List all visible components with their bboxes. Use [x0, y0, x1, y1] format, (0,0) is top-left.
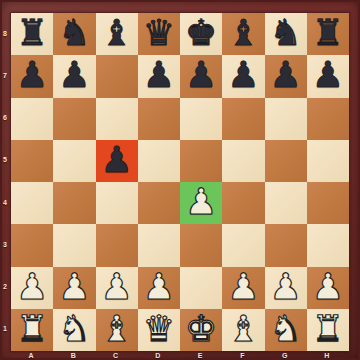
square-e2[interactable]: [180, 267, 222, 309]
file-label-a: A: [10, 351, 52, 360]
square-d8[interactable]: ♛: [138, 13, 180, 55]
square-d3[interactable]: [138, 224, 180, 266]
square-g4[interactable]: [265, 182, 307, 224]
white-pawn[interactable]: ♟: [269, 269, 301, 305]
white-queen[interactable]: ♛: [143, 311, 175, 347]
black-bishop[interactable]: ♝: [100, 15, 132, 51]
square-f7[interactable]: ♟: [222, 55, 264, 97]
square-h4[interactable]: [307, 182, 349, 224]
square-c5[interactable]: ♟: [96, 140, 138, 182]
square-b2[interactable]: ♟: [53, 267, 95, 309]
file-label-d: D: [137, 351, 179, 360]
white-bishop[interactable]: ♝: [227, 311, 259, 347]
white-king[interactable]: ♚: [185, 311, 217, 347]
white-pawn[interactable]: ♟: [58, 269, 90, 305]
square-h5[interactable]: [307, 140, 349, 182]
square-d1[interactable]: ♛: [138, 309, 180, 351]
square-c4[interactable]: [96, 182, 138, 224]
white-pawn[interactable]: ♟: [227, 269, 259, 305]
black-pawn[interactable]: ♟: [143, 57, 175, 93]
black-pawn[interactable]: ♟: [312, 57, 344, 93]
square-g1[interactable]: ♞: [265, 309, 307, 351]
white-pawn[interactable]: ♟: [143, 269, 175, 305]
square-g8[interactable]: ♞: [265, 13, 307, 55]
square-a5[interactable]: [11, 140, 53, 182]
rank-label-3: 3: [0, 223, 10, 265]
white-pawn[interactable]: ♟: [185, 184, 217, 220]
square-d6[interactable]: [138, 98, 180, 140]
square-h6[interactable]: [307, 98, 349, 140]
square-g5[interactable]: [265, 140, 307, 182]
file-label-g: G: [264, 351, 306, 360]
white-rook[interactable]: ♜: [16, 311, 48, 347]
rank-label-4: 4: [0, 181, 10, 223]
square-d2[interactable]: ♟: [138, 267, 180, 309]
square-g6[interactable]: [265, 98, 307, 140]
square-c7[interactable]: [96, 55, 138, 97]
square-h7[interactable]: ♟: [307, 55, 349, 97]
black-pawn[interactable]: ♟: [269, 57, 301, 93]
black-pawn[interactable]: ♟: [100, 142, 132, 178]
square-h2[interactable]: ♟: [307, 267, 349, 309]
square-f6[interactable]: [222, 98, 264, 140]
rank-label-7: 7: [0, 54, 10, 96]
square-e5[interactable]: [180, 140, 222, 182]
square-b7[interactable]: ♟: [53, 55, 95, 97]
square-a6[interactable]: [11, 98, 53, 140]
black-king[interactable]: ♚: [185, 15, 217, 51]
square-e3[interactable]: [180, 224, 222, 266]
black-bishop[interactable]: ♝: [227, 15, 259, 51]
square-a4[interactable]: [11, 182, 53, 224]
black-rook[interactable]: ♜: [312, 15, 344, 51]
square-g7[interactable]: ♟: [265, 55, 307, 97]
square-c6[interactable]: [96, 98, 138, 140]
white-pawn[interactable]: ♟: [16, 269, 48, 305]
square-d4[interactable]: [138, 182, 180, 224]
square-b1[interactable]: ♞: [53, 309, 95, 351]
square-a3[interactable]: [11, 224, 53, 266]
black-queen[interactable]: ♛: [143, 15, 175, 51]
square-f3[interactable]: [222, 224, 264, 266]
square-f8[interactable]: ♝: [222, 13, 264, 55]
black-rook[interactable]: ♜: [16, 15, 48, 51]
black-pawn[interactable]: ♟: [58, 57, 90, 93]
rank-label-1: 1: [0, 308, 10, 350]
square-h8[interactable]: ♜: [307, 13, 349, 55]
file-label-c: C: [95, 351, 137, 360]
black-knight[interactable]: ♞: [58, 15, 90, 51]
black-knight[interactable]: ♞: [269, 15, 301, 51]
white-pawn[interactable]: ♟: [100, 269, 132, 305]
square-b3[interactable]: [53, 224, 95, 266]
black-pawn[interactable]: ♟: [16, 57, 48, 93]
square-e7[interactable]: ♟: [180, 55, 222, 97]
white-bishop[interactable]: ♝: [100, 311, 132, 347]
square-a7[interactable]: ♟: [11, 55, 53, 97]
square-g2[interactable]: ♟: [265, 267, 307, 309]
white-knight[interactable]: ♞: [269, 311, 301, 347]
square-c1[interactable]: ♝: [96, 309, 138, 351]
rank-label-5: 5: [0, 139, 10, 181]
square-f2[interactable]: ♟: [222, 267, 264, 309]
chessboard-screenshot: ♜♞♝♛♚♝♞♜♟♟♟♟♟♟♟♟♟♟♟♟♟♟♟♟♜♞♝♛♚♝♞♜ 8765432…: [0, 0, 360, 360]
square-e6[interactable]: [180, 98, 222, 140]
rank-label-8: 8: [0, 12, 10, 54]
square-c8[interactable]: ♝: [96, 13, 138, 55]
file-label-h: H: [306, 351, 348, 360]
square-e4[interactable]: ♟: [180, 182, 222, 224]
white-knight[interactable]: ♞: [58, 311, 90, 347]
file-label-f: F: [221, 351, 263, 360]
square-d5[interactable]: [138, 140, 180, 182]
square-e1[interactable]: ♚: [180, 309, 222, 351]
square-a2[interactable]: ♟: [11, 267, 53, 309]
square-b6[interactable]: [53, 98, 95, 140]
square-b4[interactable]: [53, 182, 95, 224]
white-rook[interactable]: ♜: [312, 311, 344, 347]
chess-board[interactable]: ♜♞♝♛♚♝♞♜♟♟♟♟♟♟♟♟♟♟♟♟♟♟♟♟♜♞♝♛♚♝♞♜: [10, 12, 350, 352]
square-h3[interactable]: [307, 224, 349, 266]
black-pawn[interactable]: ♟: [185, 57, 217, 93]
square-b5[interactable]: [53, 140, 95, 182]
square-c3[interactable]: [96, 224, 138, 266]
file-label-e: E: [179, 351, 221, 360]
square-c2[interactable]: ♟: [96, 267, 138, 309]
rank-label-2: 2: [0, 266, 10, 308]
square-e8[interactable]: ♚: [180, 13, 222, 55]
square-f4[interactable]: [222, 182, 264, 224]
rank-label-6: 6: [0, 97, 10, 139]
file-label-b: B: [52, 351, 94, 360]
square-a8[interactable]: ♜: [11, 13, 53, 55]
square-h1[interactable]: ♜: [307, 309, 349, 351]
black-pawn[interactable]: ♟: [227, 57, 259, 93]
square-b8[interactable]: ♞: [53, 13, 95, 55]
white-pawn[interactable]: ♟: [312, 269, 344, 305]
square-g3[interactable]: [265, 224, 307, 266]
square-f5[interactable]: [222, 140, 264, 182]
square-d7[interactable]: ♟: [138, 55, 180, 97]
square-f1[interactable]: ♝: [222, 309, 264, 351]
square-a1[interactable]: ♜: [11, 309, 53, 351]
